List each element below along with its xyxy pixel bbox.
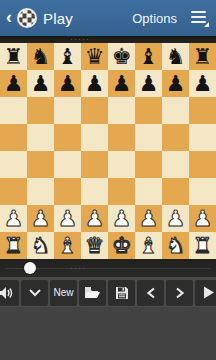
square-e3[interactable] [108,178,135,205]
square-f5[interactable] [135,124,162,151]
square-b1[interactable]: ♞ [27,232,54,259]
square-e1[interactable]: ♚ [108,232,135,259]
sound-button[interactable] [0,280,19,306]
collapse-button[interactable] [21,280,48,306]
square-d4[interactable] [81,151,108,178]
chevron-right-icon [175,287,185,299]
chess-board[interactable]: ♜♞♝♛♚♝♞♜♟♟♟♟♟♟♟♟♟♟♟♟♟♟♟♟♜♞♝♛♚♝♞♜ [0,43,216,259]
black-bishop: ♝ [139,43,159,70]
white-pawn: ♟ [4,205,24,232]
black-pawn: ♟ [4,70,24,97]
square-g6[interactable] [162,97,189,124]
square-h1[interactable]: ♜ [189,232,216,259]
square-b5[interactable] [27,124,54,151]
status-text-replay: ···· [70,266,86,271]
square-c4[interactable] [54,151,81,178]
square-c5[interactable] [54,124,81,151]
square-b6[interactable] [27,97,54,124]
black-pawn: ♟ [85,70,105,97]
square-a1[interactable]: ♜ [0,232,27,259]
square-d1[interactable]: ♛ [81,232,108,259]
page-title: Play [43,10,73,27]
square-h7[interactable]: ♟ [189,70,216,97]
black-pawn: ♟ [166,70,186,97]
square-b2[interactable]: ♟ [27,205,54,232]
black-pawn: ♟ [139,70,159,97]
square-b3[interactable] [27,178,54,205]
black-king: ♚ [112,43,132,70]
square-d2[interactable]: ♟ [81,205,108,232]
back-move-button[interactable] [137,280,164,306]
black-pawn: ♟ [112,70,132,97]
title-bar: ‹ Play Options [0,0,216,36]
white-knight: ♞ [166,232,186,259]
white-pawn: ♟ [31,205,51,232]
square-g2[interactable]: ♟ [162,205,189,232]
white-bishop: ♝ [139,232,159,259]
square-g4[interactable] [162,151,189,178]
white-pawn: ♟ [112,205,132,232]
white-pawn: ♟ [139,205,159,232]
options-button[interactable]: Options [126,7,183,30]
replay-slider[interactable]: ···· [0,259,216,277]
save-icon [115,286,129,300]
square-a3[interactable] [0,178,27,205]
speaker-icon [0,286,14,300]
square-f1[interactable]: ♝ [135,232,162,259]
square-e2[interactable]: ♟ [108,205,135,232]
new-game-button[interactable]: New [50,280,77,306]
square-d3[interactable] [81,178,108,205]
bottom-panel [0,307,216,360]
square-h5[interactable] [189,124,216,151]
white-king: ♚ [112,232,132,259]
white-rook: ♜ [4,232,24,259]
square-g7[interactable]: ♟ [162,70,189,97]
square-a6[interactable] [0,97,27,124]
square-h4[interactable] [189,151,216,178]
black-pawn: ♟ [58,70,78,97]
chevron-down-icon [28,288,42,297]
bottom-toolbar: New [0,277,216,307]
black-knight: ♞ [166,43,186,70]
square-a7[interactable]: ♟ [0,70,27,97]
square-c6[interactable] [54,97,81,124]
black-pawn: ♟ [31,70,51,97]
square-f3[interactable] [135,178,162,205]
square-f6[interactable] [135,97,162,124]
forward-move-button[interactable] [166,280,193,306]
folder-open-icon [84,286,101,299]
square-a8[interactable]: ♜ [0,43,27,70]
square-f8[interactable]: ♝ [135,43,162,70]
square-g8[interactable]: ♞ [162,43,189,70]
white-pawn: ♟ [193,205,213,232]
white-rook: ♜ [193,232,213,259]
black-bishop: ♝ [58,43,78,70]
square-a2[interactable]: ♟ [0,205,27,232]
play-button[interactable] [195,280,216,306]
square-h2[interactable]: ♟ [189,205,216,232]
white-pawn: ♟ [166,205,186,232]
square-a5[interactable] [0,124,27,151]
square-b4[interactable] [27,151,54,178]
app-logo-icon [17,8,37,28]
white-pawn: ♟ [58,205,78,232]
square-b7[interactable]: ♟ [27,70,54,97]
black-rook: ♜ [4,43,24,70]
square-f4[interactable] [135,151,162,178]
square-e6[interactable] [108,97,135,124]
status-strip-top: ····· [0,36,216,43]
slider-track [6,268,210,269]
slider-thumb[interactable] [24,262,36,274]
save-button[interactable] [108,280,135,306]
status-text-top: ····· [70,37,90,42]
square-a4[interactable] [0,151,27,178]
square-c8[interactable]: ♝ [54,43,81,70]
square-d8[interactable]: ♛ [81,43,108,70]
square-g3[interactable] [162,178,189,205]
square-e4[interactable] [108,151,135,178]
chevron-left-icon [146,287,156,299]
square-g1[interactable]: ♞ [162,232,189,259]
square-d5[interactable] [81,124,108,151]
black-pawn: ♟ [193,70,213,97]
square-e8[interactable]: ♚ [108,43,135,70]
black-rook: ♜ [193,43,213,70]
white-bishop: ♝ [58,232,78,259]
white-queen: ♛ [85,232,105,259]
square-f2[interactable]: ♟ [135,205,162,232]
black-queen: ♛ [85,43,105,70]
white-knight: ♞ [31,232,51,259]
square-c3[interactable] [54,178,81,205]
square-b8[interactable]: ♞ [27,43,54,70]
play-icon [203,286,215,299]
square-c1[interactable]: ♝ [54,232,81,259]
square-c2[interactable]: ♟ [54,205,81,232]
square-g5[interactable] [162,124,189,151]
black-knight: ♞ [31,43,51,70]
white-pawn: ♟ [85,205,105,232]
square-d7[interactable]: ♟ [81,70,108,97]
square-h3[interactable] [189,178,216,205]
overflow-menu-icon[interactable] [191,11,208,25]
square-c7[interactable]: ♟ [54,70,81,97]
square-e7[interactable]: ♟ [108,70,135,97]
square-h8[interactable]: ♜ [189,43,216,70]
square-e5[interactable] [108,124,135,151]
square-d6[interactable] [81,97,108,124]
square-h6[interactable] [189,97,216,124]
square-f7[interactable]: ♟ [135,70,162,97]
back-icon[interactable]: ‹ [6,8,12,26]
new-game-label: New [53,287,73,298]
open-button[interactable] [79,280,106,306]
